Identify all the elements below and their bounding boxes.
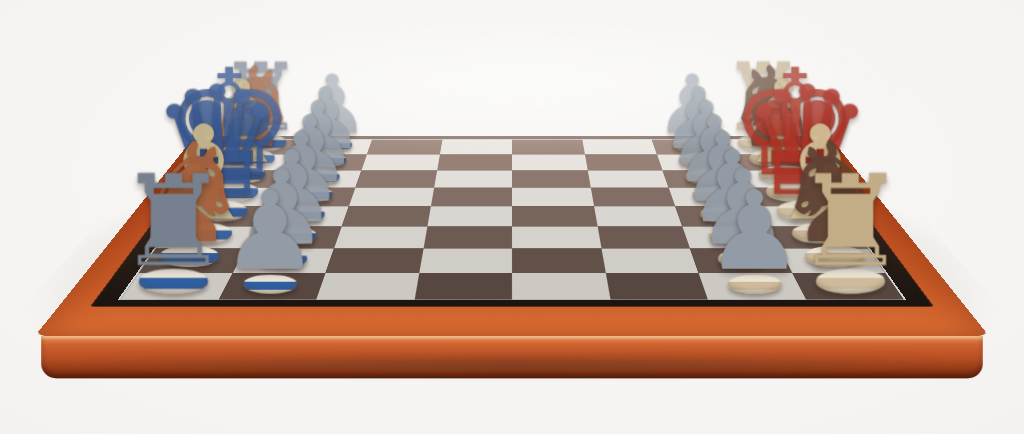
square-h8: ♜ bbox=[222, 140, 302, 155]
square-g6 bbox=[361, 154, 439, 170]
square-c4 bbox=[512, 226, 601, 248]
square-b7: ♟ bbox=[232, 249, 334, 273]
board-squares: ♜♟♟♜♞♟♟♞♝♟♟♝♚♟♟♚♛♟♟♛♝♟♟♝♞♟♟♞♜♟♟♜ bbox=[120, 140, 903, 300]
square-e5 bbox=[430, 188, 512, 207]
square-g7: ♟ bbox=[286, 154, 367, 170]
piece-shadow bbox=[311, 145, 356, 151]
piece-shadow bbox=[223, 159, 283, 167]
piece-shadow bbox=[751, 175, 813, 184]
piece-shadow bbox=[170, 233, 241, 244]
square-a4 bbox=[512, 273, 610, 300]
piece-shadow bbox=[136, 280, 215, 294]
piece-shadow bbox=[233, 144, 290, 152]
piece-shadow bbox=[771, 212, 839, 222]
pawn-glyph: ♟ bbox=[270, 68, 394, 143]
square-e6 bbox=[349, 188, 434, 207]
square-a7: ♟ bbox=[218, 273, 325, 300]
square-h3 bbox=[582, 140, 657, 155]
square-d3 bbox=[594, 206, 683, 226]
piece-shadow bbox=[295, 176, 344, 183]
piece-shadow bbox=[795, 255, 870, 268]
piece-shadow bbox=[211, 175, 273, 184]
square-h2: ♟ bbox=[652, 140, 730, 155]
square-f3 bbox=[587, 170, 668, 187]
square-g1: ♞ bbox=[730, 154, 814, 170]
square-f1: ♝ bbox=[738, 170, 825, 187]
square-g8: ♞ bbox=[211, 154, 295, 170]
square-c8: ♝ bbox=[156, 226, 257, 248]
square-h7: ♟ bbox=[294, 140, 372, 155]
square-h5 bbox=[439, 140, 512, 155]
square-f8: ♝ bbox=[199, 170, 286, 187]
square-e8: ♚ bbox=[186, 188, 277, 207]
square-c5 bbox=[423, 226, 512, 248]
square-b3 bbox=[601, 249, 698, 273]
square-g3 bbox=[585, 154, 663, 170]
square-a3 bbox=[605, 273, 708, 300]
piece-shadow bbox=[782, 233, 853, 244]
square-f5 bbox=[434, 170, 512, 187]
piece-shadow bbox=[721, 282, 782, 293]
piece-shadow bbox=[266, 234, 321, 243]
square-g2: ♟ bbox=[657, 154, 738, 170]
piece-shadow bbox=[760, 193, 825, 203]
piece-shadow bbox=[703, 234, 758, 243]
rook-glyph: ♜ bbox=[198, 55, 322, 141]
piece-shadow bbox=[712, 257, 770, 267]
piece-shadow bbox=[674, 160, 721, 167]
chess-board: ♜♟♟♜♞♟♟♞♝♟♟♝♚♟♟♚♛♟♟♛♝♟♟♝♞♟♟♞♜♟♟♜ bbox=[91, 136, 933, 306]
piece-shadow bbox=[668, 145, 713, 151]
piece-shadow bbox=[286, 194, 337, 202]
square-g4 bbox=[512, 154, 587, 170]
square-f2: ♟ bbox=[663, 170, 747, 187]
square-d2: ♟ bbox=[675, 206, 767, 226]
wooden-base-front-edge bbox=[41, 336, 983, 378]
square-f6 bbox=[355, 170, 436, 187]
square-a1: ♜ bbox=[792, 273, 904, 300]
piece-shadow bbox=[303, 160, 350, 167]
piece-shadow bbox=[241, 282, 302, 293]
board-pinstripe-frame: ♜♟♟♜♞♟♟♞♝♟♟♝♚♟♟♚♛♟♟♛♝♟♟♝♞♟♟♞♜♟♟♜ bbox=[118, 139, 907, 300]
square-b5 bbox=[419, 249, 512, 273]
square-e1: ♚ bbox=[747, 188, 838, 207]
square-g5 bbox=[437, 154, 512, 170]
piece-shadow bbox=[185, 212, 253, 222]
square-d5 bbox=[427, 206, 512, 226]
piece-shadow bbox=[734, 144, 791, 152]
square-b8: ♞ bbox=[139, 249, 245, 273]
piece-shadow bbox=[808, 280, 887, 294]
square-e3 bbox=[590, 188, 675, 207]
piece-shadow bbox=[276, 213, 329, 221]
piece-shadow bbox=[199, 193, 264, 203]
pawn-glyph: ♟ bbox=[630, 68, 754, 143]
square-e4 bbox=[512, 188, 594, 207]
square-b1: ♞ bbox=[779, 249, 885, 273]
square-h4 bbox=[512, 140, 585, 155]
photo-backdrop: ♜♟♟♜♞♟♟♞♝♟♟♝♚♟♟♚♛♟♟♛♝♟♟♝♞♟♟♞♜♟♟♜ bbox=[0, 0, 1024, 434]
square-b6 bbox=[326, 249, 423, 273]
square-e7: ♟ bbox=[267, 188, 355, 207]
square-c3 bbox=[597, 226, 690, 248]
scene-3d: ♜♟♟♜♞♟♟♞♝♟♟♝♚♟♟♚♛♟♟♛♝♟♟♝♞♟♟♞♜♟♟♜ bbox=[0, 0, 1024, 434]
square-d8: ♛ bbox=[171, 206, 267, 226]
piece-shadow bbox=[695, 213, 748, 221]
square-c6 bbox=[334, 226, 427, 248]
square-a5 bbox=[414, 273, 512, 300]
piece-shadow bbox=[154, 255, 229, 268]
square-d6 bbox=[342, 206, 431, 226]
square-b2: ♟ bbox=[690, 249, 792, 273]
square-c2: ♟ bbox=[682, 226, 779, 248]
square-f7: ♟ bbox=[277, 170, 361, 187]
rook-glyph: ♜ bbox=[702, 55, 826, 141]
square-d7: ♟ bbox=[257, 206, 349, 226]
square-c7: ♟ bbox=[245, 226, 342, 248]
square-b4 bbox=[512, 249, 605, 273]
piece-shadow bbox=[687, 194, 738, 202]
square-d1: ♛ bbox=[757, 206, 853, 226]
square-c1: ♝ bbox=[767, 226, 868, 248]
piece-shadow bbox=[680, 176, 729, 183]
piece-shadow bbox=[254, 257, 312, 267]
piece-shadow bbox=[742, 159, 802, 167]
square-e2: ♟ bbox=[669, 188, 757, 207]
square-h6 bbox=[367, 140, 442, 155]
square-a8: ♜ bbox=[120, 273, 232, 300]
square-a6 bbox=[316, 273, 419, 300]
square-a2: ♟ bbox=[698, 273, 805, 300]
square-h1: ♜ bbox=[722, 140, 802, 155]
square-f4 bbox=[512, 170, 590, 187]
square-d4 bbox=[512, 206, 597, 226]
